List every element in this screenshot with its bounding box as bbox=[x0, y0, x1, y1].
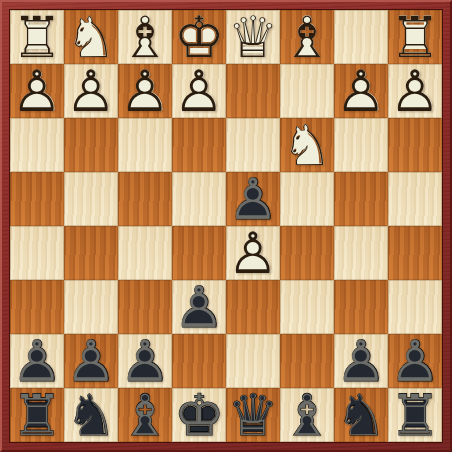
square-f6[interactable] bbox=[118, 280, 172, 334]
square-h7[interactable]: ♟♙ bbox=[10, 334, 64, 388]
square-c5[interactable] bbox=[280, 226, 334, 280]
square-h6[interactable] bbox=[10, 280, 64, 334]
piece-white-pawn[interactable]: ♟♙ bbox=[10, 64, 64, 118]
square-d2[interactable] bbox=[226, 64, 280, 118]
piece-white-bishop[interactable]: ♝♗ bbox=[118, 10, 172, 64]
square-h5[interactable] bbox=[10, 226, 64, 280]
piece-white-pawn[interactable]: ♟♙ bbox=[172, 64, 226, 118]
square-g3[interactable] bbox=[64, 118, 118, 172]
black-bishop-glyph-outline: ♗ bbox=[118, 388, 172, 442]
white-queen-glyph-outline: ♕ bbox=[226, 10, 280, 64]
square-c8[interactable]: ♝♗ bbox=[280, 388, 334, 442]
square-b2[interactable]: ♟♙ bbox=[334, 64, 388, 118]
square-a6[interactable] bbox=[388, 280, 442, 334]
piece-black-pawn[interactable]: ♟♙ bbox=[64, 334, 118, 388]
square-a3[interactable] bbox=[388, 118, 442, 172]
piece-white-knight[interactable]: ♞♘ bbox=[280, 118, 334, 172]
piece-black-knight[interactable]: ♞♘ bbox=[334, 388, 388, 442]
square-d4[interactable]: ♟♙ bbox=[226, 172, 280, 226]
square-f5[interactable] bbox=[118, 226, 172, 280]
square-b6[interactable] bbox=[334, 280, 388, 334]
square-c3[interactable]: ♞♘ bbox=[280, 118, 334, 172]
square-g2[interactable]: ♟♙ bbox=[64, 64, 118, 118]
square-e5[interactable] bbox=[172, 226, 226, 280]
square-a8[interactable]: ♜♖ bbox=[388, 388, 442, 442]
square-c4[interactable] bbox=[280, 172, 334, 226]
piece-black-pawn[interactable]: ♟♙ bbox=[388, 334, 442, 388]
black-rook-glyph-outline: ♖ bbox=[388, 388, 442, 442]
square-b1[interactable] bbox=[334, 10, 388, 64]
square-g6[interactable] bbox=[64, 280, 118, 334]
piece-black-king[interactable]: ♚♔ bbox=[172, 388, 226, 442]
square-g5[interactable] bbox=[64, 226, 118, 280]
piece-white-pawn[interactable]: ♟♙ bbox=[64, 64, 118, 118]
piece-black-rook[interactable]: ♜♖ bbox=[10, 388, 64, 442]
piece-black-pawn[interactable]: ♟♙ bbox=[10, 334, 64, 388]
square-b4[interactable] bbox=[334, 172, 388, 226]
square-c7[interactable] bbox=[280, 334, 334, 388]
square-e8[interactable]: ♚♔ bbox=[172, 388, 226, 442]
white-pawn-glyph-outline: ♙ bbox=[10, 64, 64, 118]
chess-board: ♜♖♞♘♝♗♚♔♛♕♝♗♜♖♟♙♟♙♟♙♟♙♟♙♟♙♞♘♟♙♟♙♟♙♟♙♟♙♟♙… bbox=[10, 10, 442, 442]
white-pawn-glyph-outline: ♙ bbox=[118, 64, 172, 118]
square-f2[interactable]: ♟♙ bbox=[118, 64, 172, 118]
piece-black-bishop[interactable]: ♝♗ bbox=[280, 388, 334, 442]
square-h3[interactable] bbox=[10, 118, 64, 172]
square-f7[interactable]: ♟♙ bbox=[118, 334, 172, 388]
board-frame: ♜♖♞♘♝♗♚♔♛♕♝♗♜♖♟♙♟♙♟♙♟♙♟♙♟♙♞♘♟♙♟♙♟♙♟♙♟♙♟♙… bbox=[0, 0, 452, 452]
black-knight-glyph-outline: ♘ bbox=[334, 388, 388, 442]
square-c2[interactable] bbox=[280, 64, 334, 118]
black-pawn-glyph-outline: ♙ bbox=[388, 334, 442, 388]
square-e2[interactable]: ♟♙ bbox=[172, 64, 226, 118]
piece-black-bishop[interactable]: ♝♗ bbox=[118, 388, 172, 442]
piece-white-knight[interactable]: ♞♘ bbox=[64, 10, 118, 64]
white-pawn-glyph-outline: ♙ bbox=[226, 226, 280, 280]
piece-black-queen[interactable]: ♛♕ bbox=[226, 388, 280, 442]
square-g4[interactable] bbox=[64, 172, 118, 226]
square-e1[interactable]: ♚♔ bbox=[172, 10, 226, 64]
black-pawn-glyph-outline: ♙ bbox=[172, 280, 226, 334]
black-rook-glyph-outline: ♖ bbox=[10, 388, 64, 442]
black-pawn-glyph-outline: ♙ bbox=[64, 334, 118, 388]
square-e6[interactable]: ♟♙ bbox=[172, 280, 226, 334]
black-pawn-glyph-outline: ♙ bbox=[118, 334, 172, 388]
square-h1[interactable]: ♜♖ bbox=[10, 10, 64, 64]
black-bishop-glyph-outline: ♗ bbox=[280, 388, 334, 442]
square-a2[interactable]: ♟♙ bbox=[388, 64, 442, 118]
white-rook-glyph-outline: ♖ bbox=[388, 10, 442, 64]
white-king-glyph-outline: ♔ bbox=[172, 10, 226, 64]
square-e7[interactable] bbox=[172, 334, 226, 388]
white-pawn-glyph-outline: ♙ bbox=[64, 64, 118, 118]
square-d6[interactable] bbox=[226, 280, 280, 334]
square-g7[interactable]: ♟♙ bbox=[64, 334, 118, 388]
square-f4[interactable] bbox=[118, 172, 172, 226]
piece-white-pawn[interactable]: ♟♙ bbox=[388, 64, 442, 118]
square-d1[interactable]: ♛♕ bbox=[226, 10, 280, 64]
black-pawn-glyph-outline: ♙ bbox=[334, 334, 388, 388]
square-c1[interactable]: ♝♗ bbox=[280, 10, 334, 64]
white-pawn-glyph-outline: ♙ bbox=[334, 64, 388, 118]
piece-black-rook[interactable]: ♜♖ bbox=[388, 388, 442, 442]
piece-black-pawn[interactable]: ♟♙ bbox=[172, 280, 226, 334]
piece-black-pawn[interactable]: ♟♙ bbox=[226, 172, 280, 226]
square-b7[interactable]: ♟♙ bbox=[334, 334, 388, 388]
square-a1[interactable]: ♜♖ bbox=[388, 10, 442, 64]
square-e4[interactable] bbox=[172, 172, 226, 226]
square-g1[interactable]: ♞♘ bbox=[64, 10, 118, 64]
black-king-glyph-outline: ♔ bbox=[172, 388, 226, 442]
piece-black-pawn[interactable]: ♟♙ bbox=[118, 334, 172, 388]
piece-white-bishop[interactable]: ♝♗ bbox=[280, 10, 334, 64]
square-f1[interactable]: ♝♗ bbox=[118, 10, 172, 64]
square-h2[interactable]: ♟♙ bbox=[10, 64, 64, 118]
white-knight-glyph-outline: ♘ bbox=[280, 118, 334, 172]
square-a7[interactable]: ♟♙ bbox=[388, 334, 442, 388]
black-pawn-glyph-outline: ♙ bbox=[226, 172, 280, 226]
white-bishop-glyph-outline: ♗ bbox=[118, 10, 172, 64]
square-e3[interactable] bbox=[172, 118, 226, 172]
square-d8[interactable]: ♛♕ bbox=[226, 388, 280, 442]
piece-black-knight[interactable]: ♞♘ bbox=[64, 388, 118, 442]
black-knight-glyph-outline: ♘ bbox=[64, 388, 118, 442]
square-g8[interactable]: ♞♘ bbox=[64, 388, 118, 442]
black-queen-glyph-outline: ♕ bbox=[226, 388, 280, 442]
piece-white-pawn[interactable]: ♟♙ bbox=[118, 64, 172, 118]
white-pawn-glyph-outline: ♙ bbox=[388, 64, 442, 118]
white-knight-glyph-outline: ♘ bbox=[64, 10, 118, 64]
piece-white-rook[interactable]: ♜♖ bbox=[10, 10, 64, 64]
piece-white-pawn[interactable]: ♟♙ bbox=[334, 64, 388, 118]
square-f8[interactable]: ♝♗ bbox=[118, 388, 172, 442]
square-b3[interactable] bbox=[334, 118, 388, 172]
white-rook-glyph-outline: ♖ bbox=[10, 10, 64, 64]
square-a5[interactable] bbox=[388, 226, 442, 280]
square-b5[interactable] bbox=[334, 226, 388, 280]
square-c6[interactable] bbox=[280, 280, 334, 334]
square-d7[interactable] bbox=[226, 334, 280, 388]
piece-white-rook[interactable]: ♜♖ bbox=[388, 10, 442, 64]
white-bishop-glyph-outline: ♗ bbox=[280, 10, 334, 64]
piece-white-queen[interactable]: ♛♕ bbox=[226, 10, 280, 64]
square-h4[interactable] bbox=[10, 172, 64, 226]
square-d3[interactable] bbox=[226, 118, 280, 172]
white-pawn-glyph-outline: ♙ bbox=[172, 64, 226, 118]
black-pawn-glyph-outline: ♙ bbox=[10, 334, 64, 388]
square-a4[interactable] bbox=[388, 172, 442, 226]
piece-white-king[interactable]: ♚♔ bbox=[172, 10, 226, 64]
square-d5[interactable]: ♟♙ bbox=[226, 226, 280, 280]
square-h8[interactable]: ♜♖ bbox=[10, 388, 64, 442]
square-b8[interactable]: ♞♘ bbox=[334, 388, 388, 442]
piece-black-pawn[interactable]: ♟♙ bbox=[334, 334, 388, 388]
piece-white-pawn[interactable]: ♟♙ bbox=[226, 226, 280, 280]
square-f3[interactable] bbox=[118, 118, 172, 172]
